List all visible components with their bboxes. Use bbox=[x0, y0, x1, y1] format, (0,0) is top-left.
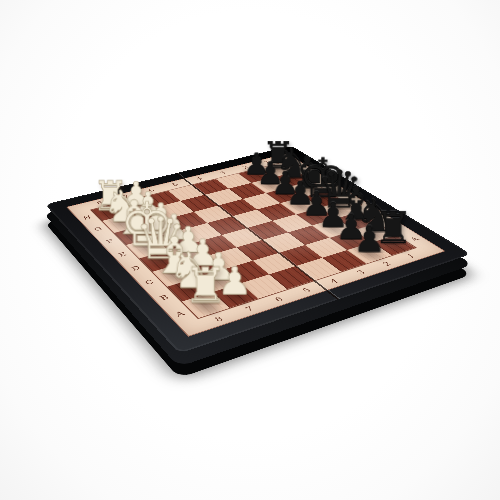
black-rook: ♜ bbox=[374, 207, 413, 251]
chess-board: ABCDEFGH ABCDEFGH 87654321 87654321 ♜♞♝♛… bbox=[45, 146, 471, 354]
product-photo-background: ABCDEFGH ABCDEFGH 87654321 87654321 ♜♞♝♛… bbox=[0, 0, 500, 500]
board-scene: ABCDEFGH ABCDEFGH 87654321 87654321 ♜♞♝♛… bbox=[0, 0, 500, 500]
rank-label: 1 bbox=[393, 247, 429, 265]
square-f7: ♟ bbox=[141, 219, 181, 238]
board-plastic-frame: ABCDEFGH ABCDEFGH 87654321 87654321 ♜♞♝♛… bbox=[45, 146, 471, 354]
